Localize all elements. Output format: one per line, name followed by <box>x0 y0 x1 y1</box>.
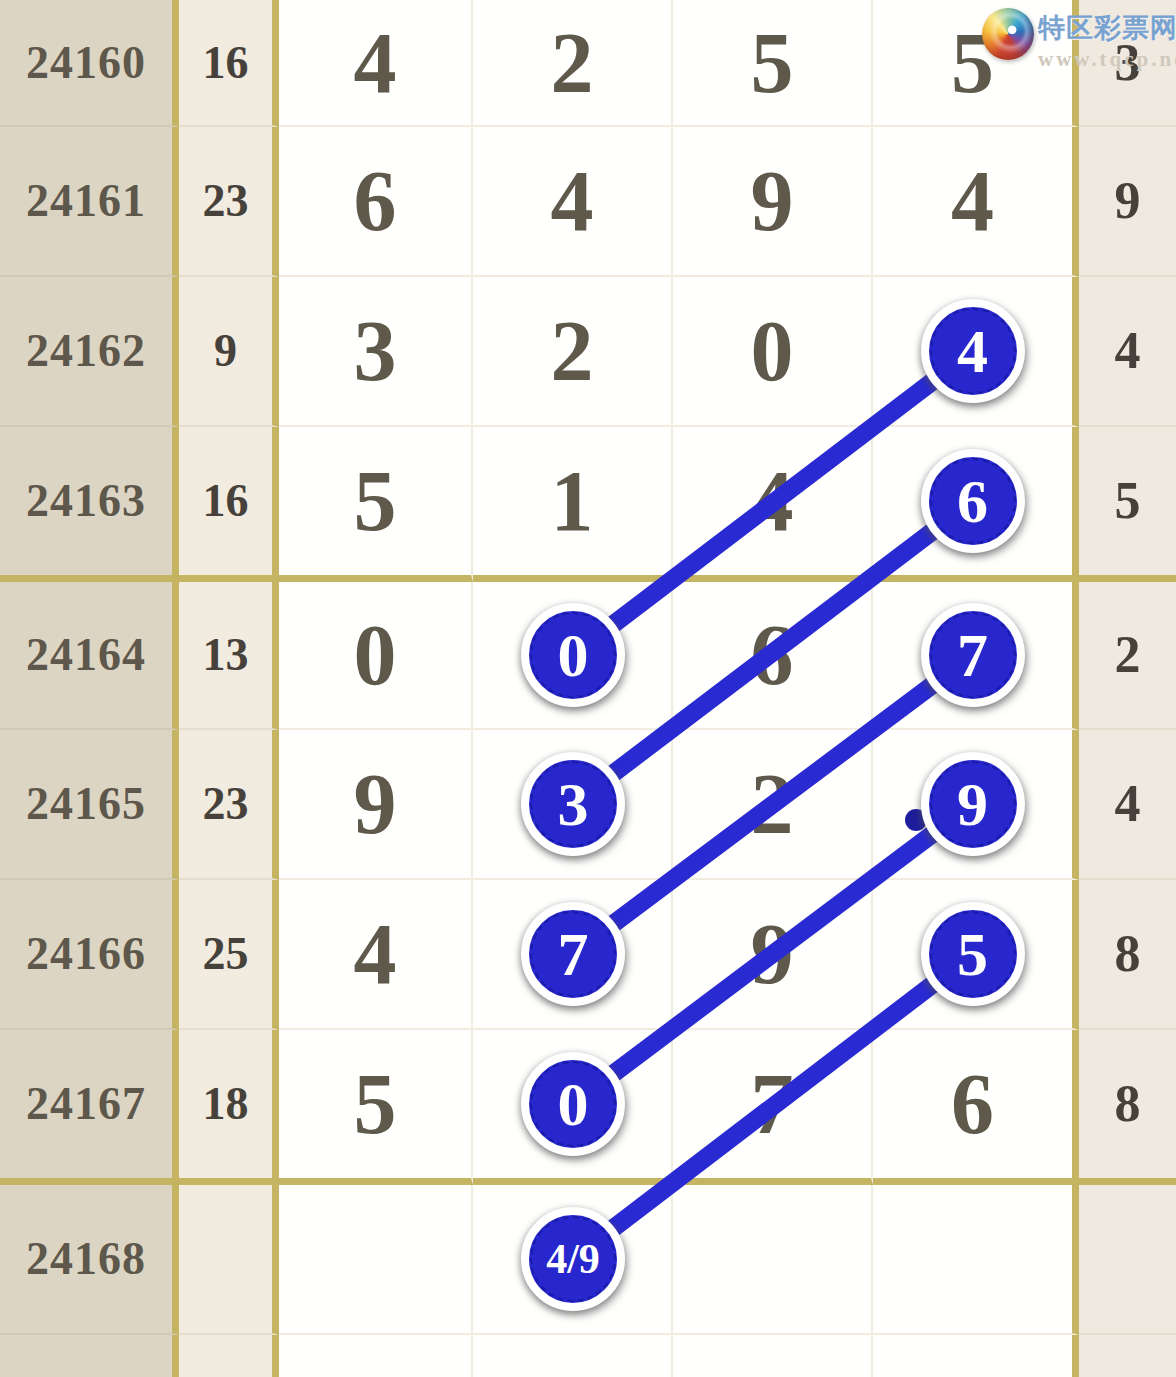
cell-period-24162: 24162 <box>0 277 179 427</box>
site-name: 特区彩票网 <box>1038 10 1176 46</box>
cell-digit-2-24163: 1 <box>473 427 673 582</box>
draw-history-grid: 2416016425532416123649492416293204241631… <box>0 0 1176 1377</box>
cell-period-24166: 24166 <box>0 880 179 1030</box>
cell-digit-4-24163 <box>873 427 1079 582</box>
cell-period-empty <box>0 1335 179 1377</box>
cell-sum-24166: 25 <box>179 880 279 1030</box>
cell-digit-1-24160: 4 <box>279 0 473 127</box>
cell-digit-2-24165 <box>473 730 673 880</box>
cell-digit-2-24161: 4 <box>473 127 673 277</box>
cell-digit-3-24162: 0 <box>673 277 873 427</box>
cell-digit-2-24167 <box>473 1030 673 1185</box>
cell-digit-3-24165: 2 <box>673 730 873 880</box>
cell-digit-1-24163: 5 <box>279 427 473 582</box>
cell-period-24165: 24165 <box>0 730 179 880</box>
cell-digit-2-24160: 2 <box>473 0 673 127</box>
site-logo: 特区彩票网 www.tqcp.net <box>982 8 1176 72</box>
cell-tail-24161: 9 <box>1079 127 1176 277</box>
cell-digit-4-24167: 6 <box>873 1030 1079 1185</box>
cell-period-24163: 24163 <box>0 427 179 582</box>
cell-period-24167: 24167 <box>0 1030 179 1185</box>
cell-sum-empty <box>179 1335 279 1377</box>
cell-digit-4-empty <box>873 1335 1079 1377</box>
site-url-watermark: www.tqcp.net <box>1038 47 1176 72</box>
cell-digit-4-24161: 4 <box>873 127 1079 277</box>
cell-period-24160: 24160 <box>0 0 179 127</box>
cell-digit-2-24166 <box>473 880 673 1030</box>
cell-digit-2-empty <box>473 1335 673 1377</box>
cell-sum-24161: 23 <box>179 127 279 277</box>
cell-tail-24162: 4 <box>1079 277 1176 427</box>
cell-sum-24160: 16 <box>179 0 279 127</box>
cell-sum-24164: 13 <box>179 582 279 730</box>
cell-digit-1-24162: 3 <box>279 277 473 427</box>
cell-tail-24166: 8 <box>1079 880 1176 1030</box>
cell-sum-24165: 23 <box>179 730 279 880</box>
cell-tail-24164: 2 <box>1079 582 1176 730</box>
cell-digit-3-24163: 4 <box>673 427 873 582</box>
cell-digit-3-24161: 9 <box>673 127 873 277</box>
cell-digit-3-24164: 6 <box>673 582 873 730</box>
cell-digit-4-24168 <box>873 1185 1079 1335</box>
cell-tail-24167: 8 <box>1079 1030 1176 1185</box>
cell-period-24161: 24161 <box>0 127 179 277</box>
cell-sum-24162: 9 <box>179 277 279 427</box>
cell-digit-2-24164 <box>473 582 673 730</box>
cell-digit-1-24166: 4 <box>279 880 473 1030</box>
cell-digit-1-24165: 9 <box>279 730 473 880</box>
cell-sum-24167: 18 <box>179 1030 279 1185</box>
cell-period-24164: 24164 <box>0 582 179 730</box>
cell-digit-1-24161: 6 <box>279 127 473 277</box>
cell-tail-24168 <box>1079 1185 1176 1335</box>
cell-digit-1-24167: 5 <box>279 1030 473 1185</box>
cell-digit-3-24160: 5 <box>673 0 873 127</box>
cell-digit-4-24165 <box>873 730 1079 880</box>
cell-digit-1-24168 <box>279 1185 473 1335</box>
cell-digit-3-24166: 9 <box>673 880 873 1030</box>
site-logo-text: 特区彩票网 www.tqcp.net <box>1038 10 1176 72</box>
cell-tail-24165: 4 <box>1079 730 1176 880</box>
cell-digit-3-24168 <box>673 1185 873 1335</box>
cell-sum-24168 <box>179 1185 279 1335</box>
cell-sum-24163: 16 <box>179 427 279 582</box>
cell-digit-1-24164: 0 <box>279 582 473 730</box>
cell-digit-2-24168 <box>473 1185 673 1335</box>
cell-tail-24163: 5 <box>1079 427 1176 582</box>
cell-digit-3-24167: 7 <box>673 1030 873 1185</box>
cell-digit-2-24162: 2 <box>473 277 673 427</box>
cell-digit-4-24164 <box>873 582 1079 730</box>
trend-chart-board: 2416016425532416123649492416293204241631… <box>0 0 1176 1377</box>
cell-tail-empty <box>1079 1335 1176 1377</box>
cell-digit-1-empty <box>279 1335 473 1377</box>
cell-digit-4-24166 <box>873 880 1079 1030</box>
cell-period-24168: 24168 <box>0 1185 179 1335</box>
cell-digit-3-empty <box>673 1335 873 1377</box>
cell-digit-4-24162 <box>873 277 1079 427</box>
rainbow-swirl-icon <box>982 8 1034 60</box>
